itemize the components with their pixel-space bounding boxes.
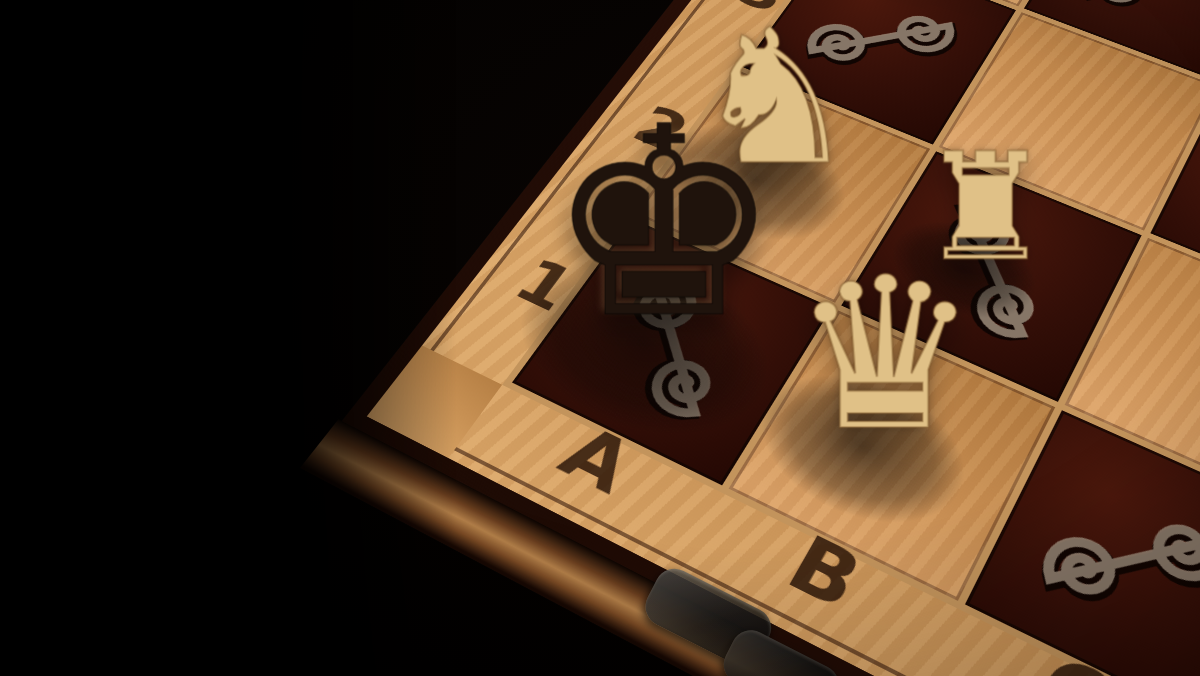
- piece-white-queen: ♛: [706, 255, 1063, 465]
- photo-scene: 12345678ABCDEFGH ♞♜♚♛: [0, 0, 1200, 676]
- chess-board: 12345678ABCDEFGH ♞♜♚♛: [341, 0, 1200, 676]
